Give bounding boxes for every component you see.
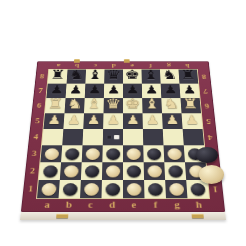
square-f4[interactable] bbox=[143, 129, 164, 145]
box-side-panel bbox=[20, 212, 226, 220]
board-grid: ♜♞♝♛♚♝♞♜♟♟♟♟♟♟♟♟♜♞♝♛♚♝♞♜♟♟♟♟♟♟♟♟ bbox=[37, 70, 209, 199]
clasp-icon bbox=[56, 214, 68, 218]
white-king-e6[interactable]: ♚ bbox=[125, 97, 141, 111]
white-bishop-c6[interactable]: ♝ bbox=[86, 97, 102, 111]
checker-dark-e2[interactable] bbox=[126, 165, 140, 177]
white-knight-g6[interactable]: ♞ bbox=[163, 97, 180, 111]
file-label-bottom-b: b bbox=[58, 198, 80, 212]
square-c5[interactable]: ♟ bbox=[83, 113, 103, 129]
square-b4[interactable] bbox=[62, 129, 83, 145]
white-pawn-f5[interactable]: ♟ bbox=[146, 114, 160, 126]
checker-light-e3[interactable] bbox=[126, 148, 140, 160]
square-d1[interactable] bbox=[102, 180, 123, 198]
square-g1[interactable] bbox=[165, 180, 187, 198]
checker-light-a1[interactable] bbox=[41, 183, 57, 196]
rank-label-right-6: 6 bbox=[200, 98, 215, 113]
square-a5[interactable]: ♟ bbox=[43, 113, 64, 129]
white-queen-d6[interactable]: ♛ bbox=[105, 97, 121, 111]
square-f5[interactable]: ♟ bbox=[143, 113, 163, 129]
black-pawn-a7[interactable]: ♟ bbox=[50, 84, 64, 95]
square-f3[interactable] bbox=[143, 145, 164, 162]
square-a1[interactable] bbox=[37, 180, 60, 198]
black-pawn-c7[interactable]: ♟ bbox=[88, 84, 102, 95]
white-pawn-e5[interactable]: ♟ bbox=[126, 114, 140, 126]
checker-dark-g2[interactable] bbox=[168, 165, 183, 177]
checker-light-c1[interactable] bbox=[84, 183, 99, 196]
checker-dark-h1[interactable] bbox=[190, 183, 206, 196]
checker-light-e1[interactable] bbox=[126, 183, 141, 196]
checker-light-g1[interactable] bbox=[169, 183, 184, 196]
square-e8[interactable]: ♚ bbox=[123, 70, 142, 84]
checker-dark-d1[interactable] bbox=[105, 183, 120, 196]
square-f1[interactable] bbox=[144, 180, 166, 198]
checker-dark-f3[interactable] bbox=[147, 148, 161, 160]
product-photo: abcdefgh 87654321 ♜♞♝♛♚♝♞♜♟♟♟♟♟♟♟♟♜♞♝♛♚♝… bbox=[0, 0, 246, 246]
white-bishop-f6[interactable]: ♝ bbox=[144, 97, 160, 111]
square-a8[interactable]: ♜ bbox=[48, 70, 68, 84]
square-c4[interactable] bbox=[82, 129, 103, 145]
file-label-bottom-e: e bbox=[123, 198, 145, 212]
spare-checker-dark[interactable] bbox=[196, 147, 218, 163]
square-h5[interactable]: ♟ bbox=[182, 113, 203, 129]
square-d6[interactable]: ♛ bbox=[103, 98, 123, 113]
file-label-bottom-f: f bbox=[144, 198, 166, 212]
checker-light-c3[interactable] bbox=[85, 148, 99, 160]
white-pawn-c5[interactable]: ♟ bbox=[86, 114, 100, 126]
board-frame: abcdefgh 87654321 ♜♞♝♛♚♝♞♜♟♟♟♟♟♟♟♟♜♞♝♛♚♝… bbox=[21, 61, 225, 212]
black-knight-g8[interactable]: ♞ bbox=[162, 68, 178, 81]
square-b5[interactable]: ♟ bbox=[63, 113, 84, 129]
checker-light-d2[interactable] bbox=[105, 165, 119, 177]
rank-label-right-4: 4 bbox=[203, 129, 218, 145]
square-e6[interactable]: ♚ bbox=[123, 98, 143, 113]
square-f6[interactable]: ♝ bbox=[142, 98, 162, 113]
square-c2[interactable] bbox=[81, 162, 102, 180]
square-b1[interactable] bbox=[59, 180, 81, 198]
light-die[interactable] bbox=[114, 135, 120, 139]
white-pawn-g5[interactable]: ♟ bbox=[165, 114, 179, 126]
checker-light-g3[interactable] bbox=[167, 148, 182, 160]
square-c1[interactable] bbox=[80, 180, 102, 198]
white-pawn-b5[interactable]: ♟ bbox=[67, 114, 81, 126]
black-pawn-d7[interactable]: ♟ bbox=[107, 84, 120, 95]
square-g6[interactable]: ♞ bbox=[161, 98, 181, 113]
file-label-bottom-a: a bbox=[36, 198, 59, 212]
chess-board-box: abcdefgh 87654321 ♜♞♝♛♚♝♞♜♟♟♟♟♟♟♟♟♜♞♝♛♚♝… bbox=[20, 61, 226, 220]
checker-dark-f1[interactable] bbox=[147, 183, 162, 196]
square-e2[interactable] bbox=[123, 162, 144, 180]
black-queen-d8[interactable]: ♛ bbox=[106, 68, 121, 81]
file-label-bottom-c: c bbox=[79, 198, 101, 212]
square-c6[interactable]: ♝ bbox=[84, 98, 104, 113]
square-e3[interactable] bbox=[123, 145, 144, 162]
square-d8[interactable]: ♛ bbox=[104, 70, 123, 84]
file-label-bottom-h: h bbox=[187, 198, 210, 212]
square-e5[interactable]: ♟ bbox=[123, 113, 143, 129]
square-e1[interactable] bbox=[123, 180, 144, 198]
clasp-icon bbox=[192, 214, 204, 218]
file-label-bottom-d: d bbox=[101, 198, 123, 212]
square-f8[interactable]: ♝ bbox=[141, 70, 160, 84]
black-pawn-f7[interactable]: ♟ bbox=[145, 84, 159, 95]
square-d5[interactable]: ♟ bbox=[103, 113, 123, 129]
square-a4[interactable] bbox=[42, 129, 63, 145]
square-a6[interactable]: ♜ bbox=[45, 98, 66, 113]
file-labels-bottom: abcdefgh bbox=[21, 198, 225, 212]
square-h4[interactable] bbox=[183, 129, 204, 145]
black-rook-a8[interactable]: ♜ bbox=[50, 68, 66, 81]
checker-dark-c2[interactable] bbox=[84, 165, 99, 177]
checker-dark-b1[interactable] bbox=[62, 183, 77, 196]
checker-light-a3[interactable] bbox=[44, 148, 59, 160]
rank-label-right-8: 8 bbox=[197, 70, 211, 84]
square-a2[interactable] bbox=[39, 162, 61, 180]
white-pawn-a5[interactable]: ♟ bbox=[47, 114, 62, 126]
square-b6[interactable]: ♞ bbox=[64, 98, 84, 113]
square-a3[interactable] bbox=[40, 145, 62, 162]
rank-label-right-7: 7 bbox=[198, 84, 212, 99]
checker-light-b2[interactable] bbox=[63, 165, 78, 177]
black-pawn-h7[interactable]: ♟ bbox=[182, 84, 196, 95]
square-f2[interactable] bbox=[144, 162, 165, 180]
white-pawn-h5[interactable]: ♟ bbox=[185, 114, 200, 126]
square-g3[interactable] bbox=[164, 145, 185, 162]
black-pawn-b7[interactable]: ♟ bbox=[69, 84, 83, 95]
rank-label-right-5: 5 bbox=[201, 113, 216, 129]
checker-dark-b3[interactable] bbox=[65, 148, 80, 160]
square-g4[interactable] bbox=[163, 129, 184, 145]
square-h8[interactable]: ♜ bbox=[178, 70, 198, 84]
white-rook-h6[interactable]: ♜ bbox=[182, 97, 199, 111]
black-pawn-e7[interactable]: ♟ bbox=[126, 84, 139, 95]
black-king-e8[interactable]: ♚ bbox=[125, 68, 140, 81]
square-d3[interactable] bbox=[102, 145, 123, 162]
black-knight-b8[interactable]: ♞ bbox=[68, 68, 84, 81]
square-b3[interactable] bbox=[61, 145, 82, 162]
square-d2[interactable] bbox=[102, 162, 123, 180]
square-d4[interactable] bbox=[103, 129, 123, 145]
white-knight-b6[interactable]: ♞ bbox=[66, 97, 83, 111]
dark-die[interactable] bbox=[107, 135, 113, 139]
black-rook-h8[interactable]: ♜ bbox=[180, 68, 196, 81]
square-g2[interactable] bbox=[164, 162, 186, 180]
black-bishop-f8[interactable]: ♝ bbox=[143, 68, 159, 81]
white-pawn-d5[interactable]: ♟ bbox=[106, 114, 120, 126]
square-c3[interactable] bbox=[82, 145, 103, 162]
spare-checker-light[interactable] bbox=[199, 165, 224, 184]
white-rook-a6[interactable]: ♜ bbox=[47, 97, 64, 111]
black-pawn-g7[interactable]: ♟ bbox=[164, 84, 178, 95]
checker-dark-a2[interactable] bbox=[42, 165, 57, 177]
checker-light-f2[interactable] bbox=[147, 165, 162, 177]
square-e4[interactable] bbox=[123, 129, 143, 145]
square-b8[interactable]: ♞ bbox=[67, 70, 86, 84]
file-label-bottom-g: g bbox=[166, 198, 188, 212]
square-g5[interactable]: ♟ bbox=[162, 113, 183, 129]
square-c8[interactable]: ♝ bbox=[85, 70, 104, 84]
square-h6[interactable]: ♜ bbox=[180, 98, 201, 113]
black-bishop-c8[interactable]: ♝ bbox=[87, 68, 103, 81]
checker-dark-d3[interactable] bbox=[106, 148, 120, 160]
square-g8[interactable]: ♞ bbox=[160, 70, 179, 84]
square-b2[interactable] bbox=[60, 162, 82, 180]
